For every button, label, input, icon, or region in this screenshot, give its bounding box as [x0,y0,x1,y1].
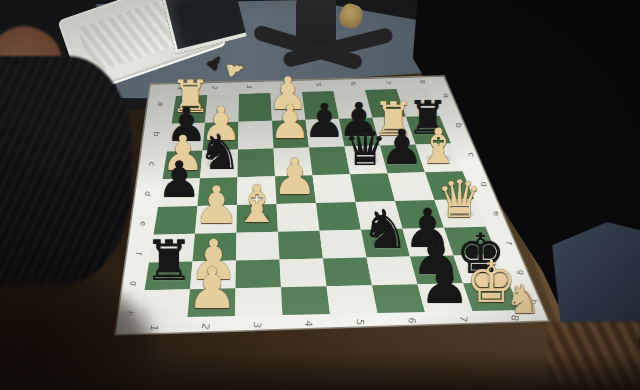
piece-white-pawn[interactable]: ♟ [186,260,237,317]
piece-white-bishop[interactable]: ♝ [234,179,281,231]
piece-black-knight[interactable]: ♞ [361,203,409,257]
piece-black-pawn[interactable]: ♟ [419,255,470,312]
piece-white-bishop[interactable]: ♝ [417,122,460,170]
table-front-shadow [0,352,640,390]
photo-root: 1122334455667788aabbccddeeffgghh ♜♟♟♟♟♟♟… [0,0,640,390]
captured-white-knight[interactable]: ♞ [505,276,541,322]
piece-black-knight[interactable]: ♞ [198,128,241,176]
